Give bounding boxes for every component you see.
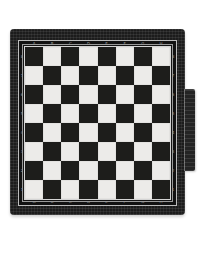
rank-label: 5 bbox=[170, 104, 176, 123]
square-b5[interactable] bbox=[43, 104, 61, 123]
square-c8[interactable] bbox=[61, 47, 79, 66]
rank-label: 8 bbox=[170, 47, 176, 66]
rank-labels-right: 87654321 bbox=[170, 47, 176, 199]
rank-label: 3 bbox=[170, 142, 176, 161]
square-c3[interactable] bbox=[61, 142, 79, 161]
square-g7[interactable] bbox=[134, 66, 152, 85]
file-label: B bbox=[43, 199, 61, 205]
square-f6[interactable] bbox=[116, 85, 134, 104]
square-g5[interactable] bbox=[134, 104, 152, 123]
square-g4[interactable] bbox=[134, 123, 152, 142]
square-a8[interactable] bbox=[25, 47, 43, 66]
square-c4[interactable] bbox=[61, 123, 79, 142]
square-e1[interactable] bbox=[98, 180, 116, 199]
file-label: C bbox=[61, 199, 79, 205]
file-label: H bbox=[152, 199, 170, 205]
square-e4[interactable] bbox=[98, 123, 116, 142]
square-b4[interactable] bbox=[43, 123, 61, 142]
square-b1[interactable] bbox=[43, 180, 61, 199]
square-h2[interactable] bbox=[152, 161, 170, 180]
file-label: E bbox=[98, 199, 116, 205]
square-h8[interactable] bbox=[152, 47, 170, 66]
square-f7[interactable] bbox=[116, 66, 134, 85]
square-e7[interactable] bbox=[98, 66, 116, 85]
square-d1[interactable] bbox=[79, 180, 97, 199]
square-a2[interactable] bbox=[25, 161, 43, 180]
square-d7[interactable] bbox=[79, 66, 97, 85]
square-f8[interactable] bbox=[116, 47, 134, 66]
square-b7[interactable] bbox=[43, 66, 61, 85]
square-e2[interactable] bbox=[98, 161, 116, 180]
square-f1[interactable] bbox=[116, 180, 134, 199]
square-g8[interactable] bbox=[134, 47, 152, 66]
square-g6[interactable] bbox=[134, 85, 152, 104]
board-hinge-edge bbox=[184, 89, 195, 171]
square-e5[interactable] bbox=[98, 104, 116, 123]
square-c6[interactable] bbox=[61, 85, 79, 104]
square-a3[interactable] bbox=[25, 142, 43, 161]
rank-label: 2 bbox=[170, 161, 176, 180]
square-h5[interactable] bbox=[152, 104, 170, 123]
square-a6[interactable] bbox=[25, 85, 43, 104]
square-d8[interactable] bbox=[79, 47, 97, 66]
square-g3[interactable] bbox=[134, 142, 152, 161]
file-label: D bbox=[79, 199, 97, 205]
square-c5[interactable] bbox=[61, 104, 79, 123]
rank-label: 6 bbox=[170, 85, 176, 104]
square-d4[interactable] bbox=[79, 123, 97, 142]
square-b8[interactable] bbox=[43, 47, 61, 66]
square-b6[interactable] bbox=[43, 85, 61, 104]
square-g1[interactable] bbox=[134, 180, 152, 199]
square-b2[interactable] bbox=[43, 161, 61, 180]
square-c1[interactable] bbox=[61, 180, 79, 199]
square-a7[interactable] bbox=[25, 66, 43, 85]
rank-label: 4 bbox=[170, 123, 176, 142]
board-squares bbox=[25, 47, 170, 199]
square-e3[interactable] bbox=[98, 142, 116, 161]
square-a4[interactable] bbox=[25, 123, 43, 142]
square-d3[interactable] bbox=[79, 142, 97, 161]
square-h7[interactable] bbox=[152, 66, 170, 85]
file-label: G bbox=[134, 199, 152, 205]
square-f3[interactable] bbox=[116, 142, 134, 161]
rank-label: 1 bbox=[170, 180, 176, 199]
square-c7[interactable] bbox=[61, 66, 79, 85]
file-label: F bbox=[116, 199, 134, 205]
square-f4[interactable] bbox=[116, 123, 134, 142]
file-label: A bbox=[25, 199, 43, 205]
square-h3[interactable] bbox=[152, 142, 170, 161]
square-h4[interactable] bbox=[152, 123, 170, 142]
chess-board: ABCDEFGH ABCDEFGH 87654321 87654321 bbox=[10, 29, 185, 215]
square-a1[interactable] bbox=[25, 180, 43, 199]
square-b3[interactable] bbox=[43, 142, 61, 161]
square-h1[interactable] bbox=[152, 180, 170, 199]
square-c2[interactable] bbox=[61, 161, 79, 180]
file-labels-bottom: ABCDEFGH bbox=[25, 199, 170, 205]
rank-label: 7 bbox=[170, 66, 176, 85]
square-d5[interactable] bbox=[79, 104, 97, 123]
board-coordinate-border: ABCDEFGH ABCDEFGH 87654321 87654321 bbox=[18, 40, 177, 206]
square-g2[interactable] bbox=[134, 161, 152, 180]
square-d2[interactable] bbox=[79, 161, 97, 180]
square-f5[interactable] bbox=[116, 104, 134, 123]
square-f2[interactable] bbox=[116, 161, 134, 180]
product-photo: ABCDEFGH ABCDEFGH 87654321 87654321 bbox=[0, 0, 200, 256]
square-h6[interactable] bbox=[152, 85, 170, 104]
square-e6[interactable] bbox=[98, 85, 116, 104]
square-e8[interactable] bbox=[98, 47, 116, 66]
square-a5[interactable] bbox=[25, 104, 43, 123]
square-d6[interactable] bbox=[79, 85, 97, 104]
